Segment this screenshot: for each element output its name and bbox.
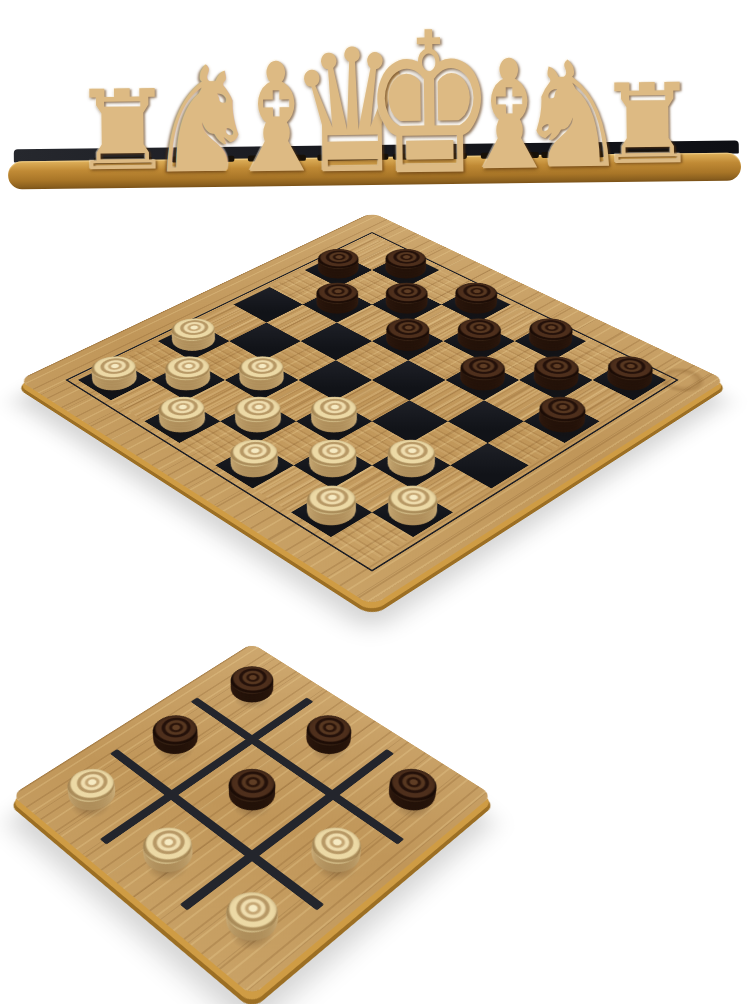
light-checker [216, 894, 288, 951]
light-checker [297, 492, 366, 533]
dark-checker [377, 325, 437, 357]
light-checker [302, 830, 370, 881]
light-checker [231, 363, 293, 397]
dark-checker [222, 670, 282, 709]
light-checker [134, 830, 202, 881]
dark-checker [308, 290, 367, 320]
dark-checker [525, 363, 587, 397]
dark-checker [377, 256, 434, 284]
grid-line-vertical [100, 698, 314, 845]
dark-checker [451, 363, 513, 397]
dark-checker [377, 290, 436, 320]
dark-checker [298, 719, 360, 762]
dark-checker [530, 404, 594, 440]
light-checker [378, 446, 444, 484]
light-checker [150, 404, 214, 440]
grid-line-horizontal [190, 698, 404, 845]
light-checker [59, 772, 124, 819]
checkers-board-section [122, 130, 622, 630]
tictactoe-board-section [82, 625, 422, 965]
tictactoe-board [12, 643, 493, 996]
product-photo: ♜♞♝♛♚♝♞♜ [0, 0, 748, 1004]
light-checker [163, 325, 223, 357]
light-checker [226, 404, 290, 440]
dark-checker [598, 363, 660, 397]
dark-checker [219, 772, 284, 819]
light-checker [302, 404, 366, 440]
light-checker [221, 446, 287, 484]
light-checker [84, 363, 146, 397]
light-checker [378, 492, 447, 533]
dark-checker [144, 719, 206, 762]
dark-checker [449, 325, 509, 357]
light-checker [300, 446, 366, 484]
dark-checker [520, 325, 580, 357]
dark-checker [310, 256, 367, 284]
dark-checker [380, 772, 445, 819]
light-checker [157, 363, 219, 397]
dark-checker [447, 290, 506, 320]
checkers-board [18, 212, 725, 606]
